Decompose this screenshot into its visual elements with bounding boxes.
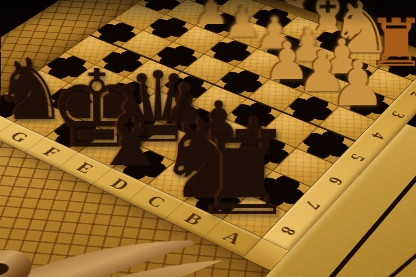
board-plane: ♝♝♞♜♟♟♟♟♟♟♟♟♟♟♟♛♜♞♚♝♞♜ HGFEDCBA 12345678 — [0, 0, 416, 277]
black-rook-a8[interactable]: ♜ — [191, 120, 296, 227]
photo-scene: ♝♝♞♜♟♟♟♟♟♟♟♟♟♟♟♛♜♞♚♝♞♜ HGFEDCBA 12345678 — [0, 0, 416, 277]
white-pawn-a3[interactable]: ♟ — [330, 55, 386, 112]
